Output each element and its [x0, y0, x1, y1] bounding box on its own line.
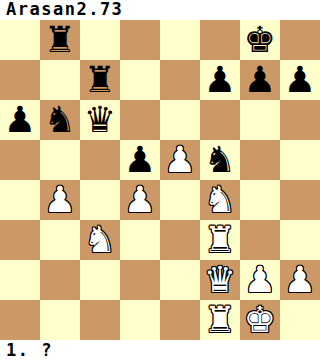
piece-white-queen-f2: ♛: [200, 260, 240, 300]
square-c2[interactable]: [80, 260, 120, 300]
square-g2[interactable]: ♟: [240, 260, 280, 300]
square-b6[interactable]: ♞: [40, 100, 80, 140]
square-d2[interactable]: [120, 260, 160, 300]
square-d3[interactable]: [120, 220, 160, 260]
square-d7[interactable]: [120, 60, 160, 100]
square-h3[interactable]: [280, 220, 320, 260]
piece-white-knight-f4: ♞: [200, 180, 240, 220]
square-b1[interactable]: [40, 300, 80, 340]
square-a5[interactable]: [0, 140, 40, 180]
piece-white-king-g1: ♚: [240, 300, 280, 340]
piece-black-queen-c6: ♛: [80, 100, 120, 140]
square-c8[interactable]: [80, 20, 120, 60]
square-g7[interactable]: ♟: [240, 60, 280, 100]
square-d5[interactable]: ♟: [120, 140, 160, 180]
square-b8[interactable]: ♜: [40, 20, 80, 60]
piece-black-pawn-h7: ♟: [280, 60, 320, 100]
square-e2[interactable]: [160, 260, 200, 300]
square-c5[interactable]: [80, 140, 120, 180]
square-h6[interactable]: [280, 100, 320, 140]
piece-black-knight-b6: ♞: [40, 100, 80, 140]
piece-black-pawn-a6: ♟: [0, 100, 40, 140]
square-d1[interactable]: [120, 300, 160, 340]
square-a3[interactable]: [0, 220, 40, 260]
square-c4[interactable]: [80, 180, 120, 220]
square-a6[interactable]: ♟: [0, 100, 40, 140]
square-e7[interactable]: [160, 60, 200, 100]
square-a7[interactable]: [0, 60, 40, 100]
piece-white-knight-c3: ♞: [80, 220, 120, 260]
square-e5[interactable]: ♟: [160, 140, 200, 180]
square-e8[interactable]: [160, 20, 200, 60]
piece-black-pawn-g7: ♟: [240, 60, 280, 100]
square-b2[interactable]: [40, 260, 80, 300]
square-a1[interactable]: [0, 300, 40, 340]
chess-board: ♜♚♜♟♟♟♟♞♛♟♟♞♟♟♞♞♜♛♟♟♜♚: [0, 20, 320, 340]
square-c1[interactable]: [80, 300, 120, 340]
piece-white-pawn-e5: ♟: [160, 140, 200, 180]
square-h1[interactable]: [280, 300, 320, 340]
square-f6[interactable]: [200, 100, 240, 140]
square-f5[interactable]: ♞: [200, 140, 240, 180]
piece-white-pawn-b4: ♟: [40, 180, 80, 220]
square-f1[interactable]: ♜: [200, 300, 240, 340]
square-g6[interactable]: [240, 100, 280, 140]
square-g5[interactable]: [240, 140, 280, 180]
square-c3[interactable]: ♞: [80, 220, 120, 260]
piece-black-pawn-d5: ♟: [120, 140, 160, 180]
square-d8[interactable]: [120, 20, 160, 60]
square-h4[interactable]: [280, 180, 320, 220]
square-e3[interactable]: [160, 220, 200, 260]
square-a8[interactable]: [0, 20, 40, 60]
window-title: Arasan2.73: [0, 0, 320, 20]
square-b5[interactable]: [40, 140, 80, 180]
piece-white-pawn-d4: ♟: [120, 180, 160, 220]
square-g1[interactable]: ♚: [240, 300, 280, 340]
square-h8[interactable]: [280, 20, 320, 60]
square-h2[interactable]: ♟: [280, 260, 320, 300]
square-e4[interactable]: [160, 180, 200, 220]
piece-black-rook-c7: ♜: [80, 60, 120, 100]
square-f7[interactable]: ♟: [200, 60, 240, 100]
square-c7[interactable]: ♜: [80, 60, 120, 100]
piece-black-king-g8: ♚: [240, 20, 280, 60]
piece-black-rook-b8: ♜: [40, 20, 80, 60]
square-h7[interactable]: ♟: [280, 60, 320, 100]
square-b4[interactable]: ♟: [40, 180, 80, 220]
square-h5[interactable]: [280, 140, 320, 180]
square-f4[interactable]: ♞: [200, 180, 240, 220]
square-b3[interactable]: [40, 220, 80, 260]
square-f8[interactable]: [200, 20, 240, 60]
square-f3[interactable]: ♜: [200, 220, 240, 260]
square-g8[interactable]: ♚: [240, 20, 280, 60]
square-g3[interactable]: [240, 220, 280, 260]
piece-white-pawn-h2: ♟: [280, 260, 320, 300]
square-e1[interactable]: [160, 300, 200, 340]
square-a2[interactable]: [0, 260, 40, 300]
square-d4[interactable]: ♟: [120, 180, 160, 220]
square-b7[interactable]: [40, 60, 80, 100]
square-e6[interactable]: [160, 100, 200, 140]
square-a4[interactable]: [0, 180, 40, 220]
square-g4[interactable]: [240, 180, 280, 220]
square-f2[interactable]: ♛: [200, 260, 240, 300]
piece-black-knight-f5: ♞: [200, 140, 240, 180]
square-c6[interactable]: ♛: [80, 100, 120, 140]
piece-white-rook-f1: ♜: [200, 300, 240, 340]
move-prompt: 1. ?: [0, 340, 320, 360]
piece-black-pawn-f7: ♟: [200, 60, 240, 100]
square-d6[interactable]: [120, 100, 160, 140]
piece-white-pawn-g2: ♟: [240, 260, 280, 300]
piece-white-rook-f3: ♜: [200, 220, 240, 260]
